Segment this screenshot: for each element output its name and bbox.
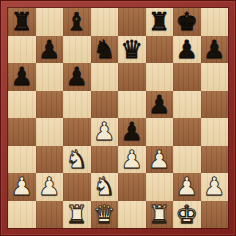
- square-a1[interactable]: [8, 201, 36, 229]
- piece-white-knight: ♞: [63, 146, 91, 174]
- square-f3[interactable]: ♟: [146, 146, 174, 174]
- square-g8[interactable]: ♚: [173, 8, 201, 36]
- square-c6[interactable]: ♟: [63, 63, 91, 91]
- piece-white-rook: ♜: [63, 201, 91, 229]
- piece-black-pawn: ♟: [118, 118, 146, 146]
- square-e6[interactable]: [118, 63, 146, 91]
- square-a6[interactable]: ♟: [8, 63, 36, 91]
- piece-white-knight: ♞: [91, 173, 119, 201]
- square-a3[interactable]: [8, 146, 36, 174]
- square-b6[interactable]: [36, 63, 64, 91]
- piece-black-pawn: ♟: [201, 36, 229, 64]
- piece-black-pawn: ♟: [36, 36, 64, 64]
- square-g4[interactable]: [173, 118, 201, 146]
- square-h2[interactable]: ♟: [201, 173, 229, 201]
- square-a7[interactable]: [8, 36, 36, 64]
- square-a4[interactable]: [8, 118, 36, 146]
- piece-white-pawn: ♟: [201, 173, 229, 201]
- piece-white-pawn: ♟: [36, 173, 64, 201]
- square-h5[interactable]: [201, 91, 229, 119]
- square-h3[interactable]: [201, 146, 229, 174]
- square-c1[interactable]: ♜: [63, 201, 91, 229]
- square-a5[interactable]: [8, 91, 36, 119]
- square-b7[interactable]: ♟: [36, 36, 64, 64]
- square-g6[interactable]: [173, 63, 201, 91]
- square-d2[interactable]: ♞: [91, 173, 119, 201]
- square-f8[interactable]: ♜: [146, 8, 174, 36]
- square-h1[interactable]: [201, 201, 229, 229]
- square-f4[interactable]: [146, 118, 174, 146]
- square-f6[interactable]: [146, 63, 174, 91]
- square-g2[interactable]: ♟: [173, 173, 201, 201]
- chess-board: ♜♝♜♚♟♞♛♟♟♟♟♟♟♟♞♟♟♟♟♞♟♟♜♛♜♚: [8, 8, 228, 228]
- square-b3[interactable]: [36, 146, 64, 174]
- square-b1[interactable]: [36, 201, 64, 229]
- square-f7[interactable]: [146, 36, 174, 64]
- piece-black-rook: ♜: [146, 8, 174, 36]
- square-g1[interactable]: ♚: [173, 201, 201, 229]
- piece-white-pawn: ♟: [91, 118, 119, 146]
- square-f5[interactable]: ♟: [146, 91, 174, 119]
- square-b5[interactable]: [36, 91, 64, 119]
- square-h6[interactable]: [201, 63, 229, 91]
- square-a2[interactable]: ♟: [8, 173, 36, 201]
- square-a8[interactable]: ♜: [8, 8, 36, 36]
- square-b2[interactable]: ♟: [36, 173, 64, 201]
- square-g5[interactable]: [173, 91, 201, 119]
- piece-white-king: ♚: [173, 201, 201, 229]
- square-e8[interactable]: [118, 8, 146, 36]
- board-frame: ♜♝♜♚♟♞♛♟♟♟♟♟♟♟♞♟♟♟♟♞♟♟♜♛♜♚: [0, 0, 236, 236]
- square-h7[interactable]: ♟: [201, 36, 229, 64]
- square-d3[interactable]: [91, 146, 119, 174]
- square-h4[interactable]: [201, 118, 229, 146]
- square-e1[interactable]: [118, 201, 146, 229]
- square-h8[interactable]: [201, 8, 229, 36]
- square-e3[interactable]: ♟: [118, 146, 146, 174]
- square-g3[interactable]: [173, 146, 201, 174]
- square-c4[interactable]: [63, 118, 91, 146]
- piece-white-queen: ♛: [91, 201, 119, 229]
- piece-black-queen: ♛: [118, 36, 146, 64]
- square-c2[interactable]: [63, 173, 91, 201]
- square-d4[interactable]: ♟: [91, 118, 119, 146]
- square-c5[interactable]: [63, 91, 91, 119]
- square-d6[interactable]: [91, 63, 119, 91]
- piece-black-king: ♚: [173, 8, 201, 36]
- square-d5[interactable]: [91, 91, 119, 119]
- square-d1[interactable]: ♛: [91, 201, 119, 229]
- square-e4[interactable]: ♟: [118, 118, 146, 146]
- piece-black-rook: ♜: [8, 8, 36, 36]
- square-f2[interactable]: [146, 173, 174, 201]
- square-e2[interactable]: [118, 173, 146, 201]
- piece-black-pawn: ♟: [146, 91, 174, 119]
- square-d7[interactable]: ♞: [91, 36, 119, 64]
- square-b4[interactable]: [36, 118, 64, 146]
- square-b8[interactable]: [36, 8, 64, 36]
- piece-black-pawn: ♟: [63, 63, 91, 91]
- piece-white-rook: ♜: [146, 201, 174, 229]
- piece-white-pawn: ♟: [8, 173, 36, 201]
- square-f1[interactable]: ♜: [146, 201, 174, 229]
- piece-black-pawn: ♟: [8, 63, 36, 91]
- square-e5[interactable]: [118, 91, 146, 119]
- square-c8[interactable]: ♝: [63, 8, 91, 36]
- piece-black-bishop: ♝: [63, 8, 91, 36]
- piece-white-pawn: ♟: [118, 146, 146, 174]
- square-c3[interactable]: ♞: [63, 146, 91, 174]
- piece-white-pawn: ♟: [146, 146, 174, 174]
- piece-white-pawn: ♟: [173, 173, 201, 201]
- piece-black-pawn: ♟: [173, 36, 201, 64]
- square-d8[interactable]: [91, 8, 119, 36]
- square-c7[interactable]: [63, 36, 91, 64]
- square-e7[interactable]: ♛: [118, 36, 146, 64]
- piece-black-knight: ♞: [91, 36, 119, 64]
- square-g7[interactable]: ♟: [173, 36, 201, 64]
